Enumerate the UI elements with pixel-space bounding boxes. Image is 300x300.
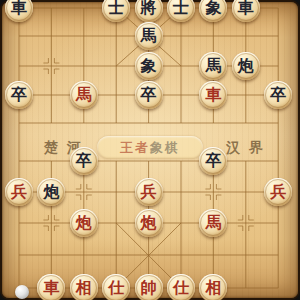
- xiangqi-app-window: 楚河 王者 象棋 汉界 車士將士象車馬象馬炮卒馬卒車卒卒卒兵炮兵兵炮炮馬車相仕帥…: [0, 0, 300, 300]
- piece-black-elephant-right[interactable]: 象: [199, 0, 227, 22]
- piece-black-elephant-center[interactable]: 象: [135, 52, 163, 80]
- piece-red-horse-right[interactable]: 馬: [199, 209, 227, 237]
- floating-ball-icon[interactable]: [15, 285, 29, 299]
- piece-black-advisor-left[interactable]: 士: [102, 0, 130, 22]
- piece-black-horse-right[interactable]: 馬: [199, 52, 227, 80]
- piece-black-chariot-left[interactable]: 車: [5, 0, 33, 22]
- piece-black-cannon-right[interactable]: 炮: [232, 52, 260, 80]
- piece-layer: 車士將士象車馬象馬炮卒馬卒車卒卒卒兵炮兵兵炮炮馬車相仕帥仕相: [0, 0, 300, 300]
- piece-red-pawn-file8[interactable]: 兵: [264, 178, 292, 206]
- piece-red-advisor-left[interactable]: 仕: [102, 274, 130, 300]
- piece-black-pawn-file0[interactable]: 卒: [5, 81, 33, 109]
- piece-red-chariot-home[interactable]: 車: [37, 274, 65, 300]
- piece-red-horse-advanced[interactable]: 馬: [70, 81, 98, 109]
- piece-red-chariot-advanced[interactable]: 車: [199, 81, 227, 109]
- piece-red-pawn-file4[interactable]: 兵: [135, 178, 163, 206]
- piece-red-elephant-right[interactable]: 相: [199, 274, 227, 300]
- piece-red-elephant-left[interactable]: 相: [70, 274, 98, 300]
- piece-black-advisor-right[interactable]: 士: [167, 0, 195, 22]
- piece-black-chariot-right[interactable]: 車: [232, 0, 260, 22]
- piece-red-cannon-left[interactable]: 炮: [70, 209, 98, 237]
- piece-black-pawn-file2-advanced[interactable]: 卒: [70, 147, 98, 175]
- piece-black-general[interactable]: 將: [135, 0, 163, 22]
- piece-red-cannon-center[interactable]: 炮: [135, 209, 163, 237]
- piece-red-pawn-file0[interactable]: 兵: [5, 178, 33, 206]
- piece-black-horse-palace[interactable]: 馬: [135, 22, 163, 50]
- piece-black-pawn-file8[interactable]: 卒: [264, 81, 292, 109]
- piece-black-pawn-file6-advanced[interactable]: 卒: [199, 147, 227, 175]
- piece-red-general[interactable]: 帥: [135, 274, 163, 300]
- piece-black-cannon-left-advanced[interactable]: 炮: [37, 178, 65, 206]
- piece-black-pawn-file4[interactable]: 卒: [135, 81, 163, 109]
- piece-red-advisor-right[interactable]: 仕: [167, 274, 195, 300]
